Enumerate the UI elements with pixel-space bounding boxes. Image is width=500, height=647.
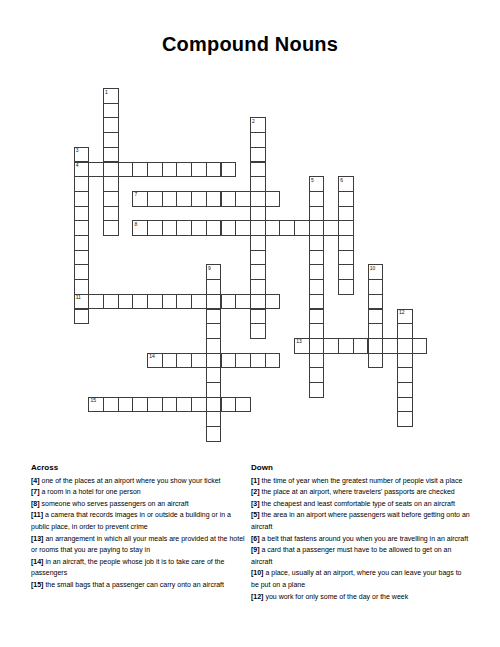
across-clue-8: [8] someone who serves passengers on an … [31, 498, 250, 510]
grid-cell-r15c12[interactable] [250, 309, 266, 325]
cell-number-12: 12 [399, 310, 405, 315]
down-clue-1: [1] the time of year when the greatest n… [251, 475, 470, 487]
grid-cell-r9c16[interactable] [309, 220, 325, 236]
down-clue-number-5: [5] [251, 511, 260, 518]
grid-cell-r17c15[interactable]: 13 [294, 338, 310, 354]
across-clue-7: [7] a room in a hotel for one person [31, 486, 250, 498]
grid-cell-r21c4[interactable] [132, 397, 148, 413]
grid-cell-r14c3[interactable] [118, 294, 134, 310]
worksheet-page: Compound Nouns 123456789101112131415 Acr… [0, 0, 500, 647]
grid-cell-r18c20[interactable] [368, 353, 384, 369]
grid-cell-r7c16[interactable] [309, 191, 325, 207]
grid-cell-r16c16[interactable] [309, 323, 325, 339]
cell-number-2: 2 [252, 119, 255, 124]
down-clue-number-12: [12] [251, 593, 263, 600]
grid-cell-r21c22[interactable] [397, 397, 413, 413]
grid-cell-r8c18[interactable] [338, 206, 354, 222]
grid-cell-r15c22[interactable]: 12 [397, 309, 413, 325]
grid-cell-r17c19[interactable] [353, 338, 369, 354]
grid-cell-r23c9[interactable] [206, 426, 222, 442]
grid-cell-r18c12[interactable] [250, 353, 266, 369]
across-header: Across [31, 462, 250, 474]
grid-cell-r5c1[interactable] [88, 162, 104, 178]
grid-cell-r15c0[interactable] [74, 309, 90, 325]
grid-cell-r1c2[interactable] [103, 103, 119, 119]
grid-cell-r2c2[interactable] [103, 117, 119, 133]
grid-cell-r15c20[interactable] [368, 309, 384, 325]
grid-cell-r9c4[interactable]: 8 [132, 220, 148, 236]
cell-number-11: 11 [76, 295, 81, 300]
grid-cell-r12c0[interactable] [74, 264, 90, 280]
grid-cell-r21c8[interactable] [191, 397, 207, 413]
grid-cell-r13c16[interactable] [309, 279, 325, 295]
grid-cell-r10c0[interactable] [74, 235, 90, 251]
grid-cell-r7c11[interactable] [235, 191, 251, 207]
grid-cell-r5c3[interactable] [118, 162, 134, 178]
down-clue-number-3: [3] [251, 500, 260, 507]
down-clue-6: [6] a belt that fastens around you when … [251, 533, 470, 545]
grid-cell-r17c9[interactable] [206, 338, 222, 354]
grid-cell-r21c6[interactable] [162, 397, 178, 413]
grid-cell-r21c1[interactable]: 15 [88, 397, 104, 413]
grid-cell-r21c3[interactable] [118, 397, 134, 413]
grid-cell-r5c7[interactable] [176, 162, 192, 178]
grid-cell-r9c10[interactable] [221, 220, 237, 236]
grid-cell-r5c2[interactable] [103, 162, 119, 178]
across-clue-number-7: [7] [31, 488, 40, 495]
across-clue-11: [11] a camera that records images in or … [31, 509, 250, 532]
grid-cell-r15c9[interactable] [206, 309, 222, 325]
crossword-grid: 123456789101112131415 [74, 88, 428, 442]
grid-cell-r7c5[interactable] [147, 191, 163, 207]
grid-cell-r7c9[interactable] [206, 191, 222, 207]
across-clue-number-15: [15] [31, 581, 43, 588]
across-clue-number-14: [14] [31, 558, 43, 565]
grid-cell-r11c12[interactable] [250, 250, 266, 266]
grid-cell-r16c9[interactable] [206, 323, 222, 339]
puzzle-title: Compound Nouns [0, 33, 500, 56]
across-clue-number-11: [11] [31, 511, 43, 518]
grid-cell-r3c2[interactable] [103, 132, 119, 148]
grid-cell-r19c9[interactable] [206, 367, 222, 383]
grid-cell-r14c9[interactable] [206, 294, 222, 310]
grid-cell-r17c23[interactable] [412, 338, 428, 354]
grid-cell-r14c6[interactable] [162, 294, 178, 310]
grid-cell-r20c16[interactable] [309, 382, 325, 398]
grid-cell-r14c12[interactable] [250, 294, 266, 310]
grid-cell-r13c20[interactable] [368, 279, 384, 295]
grid-cell-r14c0[interactable]: 11 [74, 294, 90, 310]
down-clue-number-10: [10] [251, 569, 263, 576]
grid-cell-r14c10[interactable] [221, 294, 237, 310]
grid-cell-r22c9[interactable] [206, 411, 222, 427]
grid-cell-r9c0[interactable] [74, 220, 90, 236]
grid-cell-r6c16[interactable]: 5 [309, 176, 325, 192]
grid-cell-r17c17[interactable] [323, 338, 339, 354]
grid-cell-r20c9[interactable] [206, 382, 222, 398]
cell-number-1: 1 [105, 90, 108, 95]
down-header: Down [251, 462, 470, 474]
grid-cell-r6c18[interactable]: 6 [338, 176, 354, 192]
grid-cell-r5c10[interactable] [221, 162, 237, 178]
grid-cell-r12c16[interactable] [309, 264, 325, 280]
grid-cell-r12c12[interactable] [250, 264, 266, 280]
down-clues-section: Down [1] the time of year when the great… [251, 462, 470, 602]
grid-cell-r12c18[interactable] [338, 264, 354, 280]
grid-cell-r18c7[interactable] [176, 353, 192, 369]
across-clue-number-8: [8] [31, 500, 40, 507]
grid-cell-r14c8[interactable] [191, 294, 207, 310]
cell-number-7: 7 [134, 192, 137, 197]
grid-cell-r8c0[interactable] [74, 206, 90, 222]
grid-cell-r7c10[interactable] [221, 191, 237, 207]
grid-cell-r17c20[interactable] [368, 338, 384, 354]
grid-cell-r6c0[interactable] [74, 176, 90, 192]
grid-cell-r7c12[interactable] [250, 191, 266, 207]
grid-cell-r9c7[interactable] [176, 220, 192, 236]
grid-cell-r9c5[interactable] [147, 220, 163, 236]
grid-cell-r8c12[interactable] [250, 206, 266, 222]
grid-cell-r7c2[interactable] [103, 191, 119, 207]
grid-cell-r6c12[interactable] [250, 176, 266, 192]
across-clue-4: [4] one of the places at an airport wher… [31, 475, 250, 487]
grid-cell-r9c12[interactable] [250, 220, 266, 236]
grid-cell-r13c0[interactable] [74, 279, 90, 295]
cell-number-14: 14 [149, 354, 155, 359]
grid-cell-r7c13[interactable] [265, 191, 281, 207]
grid-cell-r18c16[interactable] [309, 353, 325, 369]
grid-cell-r5c8[interactable] [191, 162, 207, 178]
grid-cell-r9c11[interactable] [235, 220, 251, 236]
down-clue-number-2: [2] [251, 488, 260, 495]
grid-cell-r20c22[interactable] [397, 382, 413, 398]
grid-cell-r14c16[interactable] [309, 294, 325, 310]
grid-cell-r7c6[interactable] [162, 191, 178, 207]
grid-cell-r19c22[interactable] [397, 367, 413, 383]
down-clue-10: [10] a place, usually at an airport, whe… [251, 567, 470, 590]
grid-cell-r6c2[interactable] [103, 176, 119, 192]
across-clue-number-4: [4] [31, 477, 40, 484]
grid-cell-r5c0[interactable]: 4 [74, 162, 90, 178]
grid-cell-r9c14[interactable] [279, 220, 295, 236]
grid-cell-r14c5[interactable] [147, 294, 163, 310]
grid-cell-r11c16[interactable] [309, 250, 325, 266]
grid-cell-r9c13[interactable] [265, 220, 281, 236]
grid-cell-r18c10[interactable] [221, 353, 237, 369]
grid-cell-r4c0[interactable]: 3 [74, 147, 90, 163]
grid-cell-r14c2[interactable] [103, 294, 119, 310]
grid-cell-r7c18[interactable] [338, 191, 354, 207]
grid-cell-r14c20[interactable] [368, 294, 384, 310]
grid-cell-r21c11[interactable] [235, 397, 251, 413]
down-clue-3: [3] the cheapest and least comfortable t… [251, 498, 470, 510]
grid-cell-r21c10[interactable] [221, 397, 237, 413]
grid-cell-r7c0[interactable] [74, 191, 90, 207]
across-clue-list: [4] one of the places at an airport wher… [31, 475, 250, 591]
grid-cell-r13c18[interactable] [338, 279, 354, 295]
grid-cell-r18c22[interactable] [397, 353, 413, 369]
across-clues-section: Across [4] one of the places at an airpo… [31, 462, 250, 591]
grid-cell-r9c17[interactable] [323, 220, 339, 236]
grid-cell-r13c12[interactable] [250, 279, 266, 295]
grid-cell-r18c9[interactable] [206, 353, 222, 369]
grid-cell-r17c16[interactable] [309, 338, 325, 354]
grid-cell-r14c4[interactable] [132, 294, 148, 310]
grid-cell-r12c9[interactable]: 9 [206, 264, 222, 280]
grid-cell-r11c18[interactable] [338, 250, 354, 266]
grid-cell-r9c15[interactable] [294, 220, 310, 236]
cell-number-4: 4 [76, 163, 79, 168]
across-clue-15: [15] the small bags that a passenger can… [31, 579, 250, 591]
grid-cell-r5c9[interactable] [206, 162, 222, 178]
grid-cell-r9c9[interactable] [206, 220, 222, 236]
cell-number-9: 9 [208, 266, 211, 271]
grid-cell-r8c2[interactable] [103, 206, 119, 222]
grid-cell-r5c12[interactable] [250, 162, 266, 178]
grid-cell-r18c8[interactable] [191, 353, 207, 369]
down-clue-2: [2] the place at an airport, where trave… [251, 486, 470, 498]
cell-number-5: 5 [311, 178, 314, 183]
grid-cell-r13c9[interactable] [206, 279, 222, 295]
down-clue-number-1: [1] [251, 477, 260, 484]
grid-cell-r15c16[interactable] [309, 309, 325, 325]
across-clue-number-13: [13] [31, 535, 43, 542]
grid-cell-r2c12[interactable]: 2 [250, 117, 266, 133]
down-clue-9: [9] a card that a passenger must have to… [251, 544, 470, 567]
grid-cell-r22c22[interactable] [397, 411, 413, 427]
grid-cell-r10c18[interactable] [338, 235, 354, 251]
across-clue-13: [13] an arrangement in which all your me… [31, 533, 250, 556]
grid-cell-r7c8[interactable] [191, 191, 207, 207]
grid-cell-r4c2[interactable] [103, 147, 119, 163]
grid-cell-r21c9[interactable] [206, 397, 222, 413]
grid-cell-r5c4[interactable] [132, 162, 148, 178]
grid-cell-r14c13[interactable] [265, 294, 281, 310]
down-clue-list: [1] the time of year when the greatest n… [251, 475, 470, 603]
down-clue-12: [12] you work for only some of the day o… [251, 591, 470, 603]
grid-cell-r18c13[interactable] [265, 353, 281, 369]
grid-cell-r11c0[interactable] [74, 250, 90, 266]
grid-cell-r10c16[interactable] [309, 235, 325, 251]
grid-cell-r10c12[interactable] [250, 235, 266, 251]
grid-cell-r17c21[interactable] [382, 338, 398, 354]
grid-cell-r21c7[interactable] [176, 397, 192, 413]
grid-cell-r5c5[interactable] [147, 162, 163, 178]
grid-cell-r9c6[interactable] [162, 220, 178, 236]
grid-cell-r8c16[interactable] [309, 206, 325, 222]
across-clue-14: [14] in an aircraft, the people whose jo… [31, 556, 250, 579]
grid-cell-r19c16[interactable] [309, 367, 325, 383]
grid-cell-r14c1[interactable] [88, 294, 104, 310]
grid-cell-r21c5[interactable] [147, 397, 163, 413]
down-clue-number-6: [6] [251, 535, 260, 542]
cell-number-3: 3 [76, 148, 79, 153]
grid-cell-r14c11[interactable] [235, 294, 251, 310]
grid-cell-r21c2[interactable] [103, 397, 119, 413]
cell-number-8: 8 [134, 222, 137, 227]
grid-cell-r18c5[interactable]: 14 [147, 353, 163, 369]
grid-cell-r9c8[interactable] [191, 220, 207, 236]
grid-cell-r7c7[interactable] [176, 191, 192, 207]
grid-cell-r18c6[interactable] [162, 353, 178, 369]
grid-cell-r7c4[interactable]: 7 [132, 191, 148, 207]
grid-cell-r17c18[interactable] [338, 338, 354, 354]
down-clue-5: [5] the area in an airport where passeng… [251, 509, 470, 532]
cell-number-10: 10 [370, 266, 376, 271]
grid-cell-r18c11[interactable] [235, 353, 251, 369]
grid-cell-r17c22[interactable] [397, 338, 413, 354]
down-clue-number-9: [9] [251, 546, 260, 553]
grid-cell-r5c6[interactable] [162, 162, 178, 178]
cell-number-15: 15 [90, 398, 96, 403]
grid-cell-r3c12[interactable] [250, 132, 266, 148]
grid-cell-r0c2[interactable]: 1 [103, 88, 119, 104]
cell-number-6: 6 [340, 178, 343, 183]
grid-cell-r4c12[interactable] [250, 147, 266, 163]
grid-cell-r14c7[interactable] [176, 294, 192, 310]
grid-cell-r12c20[interactable]: 10 [368, 264, 384, 280]
grid-cell-r9c18[interactable] [338, 220, 354, 236]
grid-cell-r9c2[interactable] [103, 220, 119, 236]
grid-cell-r16c20[interactable] [368, 323, 384, 339]
grid-cell-r16c22[interactable] [397, 323, 413, 339]
grid-cell-r16c12[interactable] [250, 323, 266, 339]
cell-number-13: 13 [296, 339, 302, 344]
